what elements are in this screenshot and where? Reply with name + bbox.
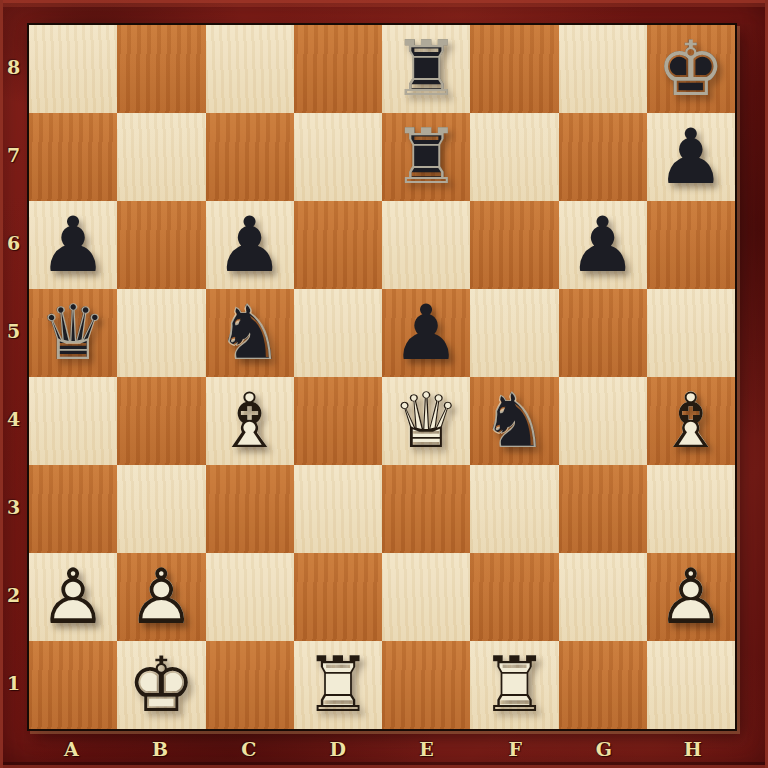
square-c6[interactable]: ♟ [206,201,294,289]
piece-glyph-outline: ♘ [470,377,558,465]
square-e3[interactable] [382,465,470,553]
square-d6[interactable] [294,201,382,289]
piece-black-rook[interactable]: ♜♖ [382,113,470,201]
square-e4[interactable]: ♛♕ [382,377,470,465]
square-g3[interactable] [559,465,647,553]
rank-labels: 87654321 [0,23,27,727]
rank-label-3: 3 [0,463,27,551]
piece-glyph-fill: ♟ [559,201,647,289]
square-g5[interactable] [559,289,647,377]
square-d1[interactable]: ♜♖ [294,641,382,729]
piece-white-pawn[interactable]: ♟♙ [117,553,205,641]
square-d5[interactable] [294,289,382,377]
piece-glyph-outline: ♖ [382,25,470,113]
square-f8[interactable] [470,25,558,113]
piece-glyph-fill: ♟ [29,201,117,289]
chessboard-app: ♜♖♚♔♜♖♟♟♟♟♛♕♞♘♟♝♗♛♕♞♘♝♗♟♙♟♙♟♙♚♔♜♖♜♖ 8765… [0,0,768,768]
piece-glyph-outline: ♔ [647,25,735,113]
square-e5[interactable]: ♟ [382,289,470,377]
square-h5[interactable] [647,289,735,377]
file-label-f: F [471,729,560,768]
square-a1[interactable] [29,641,117,729]
piece-white-pawn[interactable]: ♟♙ [29,553,117,641]
square-c8[interactable] [206,25,294,113]
file-label-d: D [293,729,382,768]
square-c4[interactable]: ♝♗ [206,377,294,465]
piece-white-rook[interactable]: ♜♖ [294,641,382,729]
square-d2[interactable] [294,553,382,641]
square-a4[interactable] [29,377,117,465]
piece-glyph-outline: ♖ [382,113,470,201]
square-g6[interactable]: ♟ [559,201,647,289]
piece-white-pawn[interactable]: ♟♙ [647,553,735,641]
piece-black-pawn[interactable]: ♟ [206,201,294,289]
square-g8[interactable] [559,25,647,113]
square-b2[interactable]: ♟♙ [117,553,205,641]
piece-white-queen[interactable]: ♛♕ [382,377,470,465]
piece-black-king[interactable]: ♚♔ [647,25,735,113]
square-a3[interactable] [29,465,117,553]
rank-label-5: 5 [0,287,27,375]
piece-glyph-outline: ♙ [117,553,205,641]
square-f7[interactable] [470,113,558,201]
rank-label-7: 7 [0,111,27,199]
square-h3[interactable] [647,465,735,553]
file-label-e: E [382,729,471,768]
piece-glyph-outline: ♙ [647,553,735,641]
piece-white-king[interactable]: ♚♔ [117,641,205,729]
file-label-a: A [27,729,116,768]
file-label-b: B [116,729,205,768]
file-label-g: G [560,729,649,768]
square-b5[interactable] [117,289,205,377]
square-b7[interactable] [117,113,205,201]
rank-label-6: 6 [0,199,27,287]
square-d4[interactable] [294,377,382,465]
piece-white-bishop[interactable]: ♝♗ [647,377,735,465]
piece-black-knight[interactable]: ♞♘ [206,289,294,377]
piece-glyph-outline: ♗ [206,377,294,465]
piece-glyph-outline: ♖ [294,641,382,729]
square-c5[interactable]: ♞♘ [206,289,294,377]
piece-glyph-outline: ♕ [29,289,117,377]
piece-white-rook[interactable]: ♜♖ [470,641,558,729]
square-c2[interactable] [206,553,294,641]
square-b8[interactable] [117,25,205,113]
piece-black-rook[interactable]: ♜♖ [382,25,470,113]
piece-glyph-outline: ♕ [382,377,470,465]
square-e6[interactable] [382,201,470,289]
piece-black-pawn[interactable]: ♟ [647,113,735,201]
piece-glyph-fill: ♟ [206,201,294,289]
square-h4[interactable]: ♝♗ [647,377,735,465]
square-c3[interactable] [206,465,294,553]
square-b1[interactable]: ♚♔ [117,641,205,729]
square-a5[interactable]: ♛♕ [29,289,117,377]
square-f4[interactable]: ♞♘ [470,377,558,465]
rank-label-4: 4 [0,375,27,463]
piece-glyph-outline: ♗ [647,377,735,465]
piece-glyph-outline: ♙ [29,553,117,641]
square-g7[interactable] [559,113,647,201]
square-e1[interactable] [382,641,470,729]
square-b3[interactable] [117,465,205,553]
piece-black-queen[interactable]: ♛♕ [29,289,117,377]
square-e7[interactable]: ♜♖ [382,113,470,201]
square-a7[interactable] [29,113,117,201]
square-a2[interactable]: ♟♙ [29,553,117,641]
piece-black-pawn[interactable]: ♟ [382,289,470,377]
square-h2[interactable]: ♟♙ [647,553,735,641]
piece-glyph-fill: ♟ [647,113,735,201]
square-b4[interactable] [117,377,205,465]
chess-board: ♜♖♚♔♜♖♟♟♟♟♛♕♞♘♟♝♗♛♕♞♘♝♗♟♙♟♙♟♙♚♔♜♖♜♖ [27,23,737,731]
piece-white-bishop[interactable]: ♝♗ [206,377,294,465]
square-f5[interactable] [470,289,558,377]
square-g4[interactable] [559,377,647,465]
square-c1[interactable] [206,641,294,729]
square-b6[interactable] [117,201,205,289]
piece-glyph-outline: ♔ [117,641,205,729]
square-a8[interactable] [29,25,117,113]
piece-black-pawn[interactable]: ♟ [29,201,117,289]
file-label-c: C [205,729,294,768]
rank-label-8: 8 [0,23,27,111]
rank-label-2: 2 [0,551,27,639]
square-h1[interactable] [647,641,735,729]
square-g1[interactable] [559,641,647,729]
piece-glyph-fill: ♟ [382,289,470,377]
square-h6[interactable] [647,201,735,289]
square-d8[interactable] [294,25,382,113]
file-labels: ABCDEFGH [27,729,737,768]
square-h7[interactable]: ♟ [647,113,735,201]
square-c7[interactable] [206,113,294,201]
square-d7[interactable] [294,113,382,201]
square-d3[interactable] [294,465,382,553]
piece-black-pawn[interactable]: ♟ [559,201,647,289]
square-f6[interactable] [470,201,558,289]
square-e8[interactable]: ♜♖ [382,25,470,113]
square-a6[interactable]: ♟ [29,201,117,289]
square-g2[interactable] [559,553,647,641]
piece-black-knight[interactable]: ♞♘ [470,377,558,465]
square-e2[interactable] [382,553,470,641]
file-label-h: H [648,729,737,768]
square-f3[interactable] [470,465,558,553]
square-f2[interactable] [470,553,558,641]
square-f1[interactable]: ♜♖ [470,641,558,729]
piece-glyph-outline: ♘ [206,289,294,377]
piece-glyph-outline: ♖ [470,641,558,729]
square-h8[interactable]: ♚♔ [647,25,735,113]
rank-label-1: 1 [0,639,27,727]
